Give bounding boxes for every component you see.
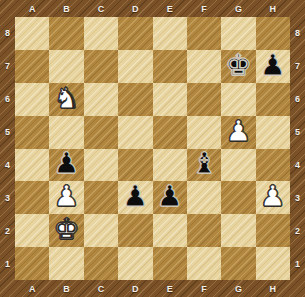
square-d1[interactable]: [118, 247, 152, 280]
file-label-a: A: [15, 280, 49, 297]
square-b7[interactable]: [49, 50, 83, 83]
square-f7[interactable]: [187, 50, 221, 83]
rank-label-4: 4: [290, 149, 305, 182]
file-label-g: G: [221, 280, 255, 297]
rank-label-2: 2: [0, 214, 15, 247]
rank-label-2: 2: [290, 214, 305, 247]
white-pawn[interactable]: ♟: [54, 182, 80, 211]
square-f4[interactable]: ♝: [187, 149, 221, 182]
square-d2[interactable]: [118, 214, 152, 247]
rank-label-6: 6: [290, 83, 305, 116]
square-f5[interactable]: [187, 116, 221, 149]
rank-label-7: 7: [290, 50, 305, 83]
square-c6[interactable]: [84, 83, 118, 116]
square-g4[interactable]: [221, 149, 255, 182]
square-d4[interactable]: [118, 149, 152, 182]
white-knight[interactable]: ♞: [54, 84, 80, 113]
square-d5[interactable]: [118, 116, 152, 149]
square-e6[interactable]: [153, 83, 187, 116]
rank-label-3: 3: [0, 181, 15, 214]
white-king[interactable]: ♚: [54, 215, 80, 244]
square-e7[interactable]: [153, 50, 187, 83]
file-label-d: D: [118, 0, 152, 17]
square-h7[interactable]: ♟: [256, 50, 290, 83]
square-f8[interactable]: [187, 17, 221, 50]
rank-label-3: 3: [290, 181, 305, 214]
square-b1[interactable]: [49, 247, 83, 280]
square-g2[interactable]: [221, 214, 255, 247]
file-label-d: D: [118, 280, 152, 297]
square-b5[interactable]: [49, 116, 83, 149]
square-f2[interactable]: [187, 214, 221, 247]
square-b6[interactable]: ♞: [49, 83, 83, 116]
chess-board: ♚♟♞♟♟♝♟♟♟♟♚: [15, 17, 290, 280]
square-h2[interactable]: [256, 214, 290, 247]
square-d6[interactable]: [118, 83, 152, 116]
square-a2[interactable]: [15, 214, 49, 247]
rank-label-4: 4: [0, 149, 15, 182]
file-label-b: B: [49, 280, 83, 297]
rank-labels-right: 87654321: [290, 17, 305, 280]
square-f3[interactable]: [187, 181, 221, 214]
file-label-e: E: [153, 280, 187, 297]
file-label-f: F: [187, 0, 221, 17]
square-a8[interactable]: [15, 17, 49, 50]
white-pawn[interactable]: ♟: [225, 117, 251, 146]
square-d7[interactable]: [118, 50, 152, 83]
rank-label-7: 7: [0, 50, 15, 83]
black-king[interactable]: ♚: [225, 51, 251, 80]
file-labels-top: ABCDEFGH: [15, 0, 290, 17]
file-label-a: A: [15, 0, 49, 17]
square-d8[interactable]: [118, 17, 152, 50]
file-labels-bottom: ABCDEFGH: [15, 280, 290, 297]
square-e1[interactable]: [153, 247, 187, 280]
rank-label-5: 5: [290, 116, 305, 149]
white-pawn[interactable]: ♟: [260, 182, 286, 211]
square-c5[interactable]: [84, 116, 118, 149]
square-e2[interactable]: [153, 214, 187, 247]
square-e8[interactable]: [153, 17, 187, 50]
square-a4[interactable]: [15, 149, 49, 182]
chess-board-frame: ABCDEFGH ABCDEFGH 87654321 87654321 ♚♟♞♟…: [0, 0, 305, 297]
square-a3[interactable]: [15, 181, 49, 214]
black-pawn[interactable]: ♟: [122, 182, 148, 211]
square-a6[interactable]: [15, 83, 49, 116]
square-h5[interactable]: [256, 116, 290, 149]
square-g1[interactable]: [221, 247, 255, 280]
file-label-f: F: [187, 280, 221, 297]
square-h3[interactable]: ♟: [256, 181, 290, 214]
file-label-g: G: [221, 0, 255, 17]
rank-label-8: 8: [290, 17, 305, 50]
rank-label-5: 5: [0, 116, 15, 149]
square-f1[interactable]: [187, 247, 221, 280]
square-h1[interactable]: [256, 247, 290, 280]
square-g3[interactable]: [221, 181, 255, 214]
square-b8[interactable]: [49, 17, 83, 50]
square-a5[interactable]: [15, 116, 49, 149]
square-c1[interactable]: [84, 247, 118, 280]
square-a7[interactable]: [15, 50, 49, 83]
square-a1[interactable]: [15, 247, 49, 280]
square-e4[interactable]: [153, 149, 187, 182]
square-b2[interactable]: ♚: [49, 214, 83, 247]
file-label-b: B: [49, 0, 83, 17]
black-bishop[interactable]: ♝: [191, 149, 217, 178]
square-g5[interactable]: ♟: [221, 116, 255, 149]
square-h8[interactable]: [256, 17, 290, 50]
black-pawn[interactable]: ♟: [260, 51, 286, 80]
file-label-h: H: [256, 280, 290, 297]
square-b4[interactable]: ♟: [49, 149, 83, 182]
black-pawn[interactable]: ♟: [157, 182, 183, 211]
rank-label-8: 8: [0, 17, 15, 50]
square-c4[interactable]: [84, 149, 118, 182]
square-g6[interactable]: [221, 83, 255, 116]
file-label-h: H: [256, 0, 290, 17]
rank-label-1: 1: [0, 247, 15, 280]
square-e3[interactable]: ♟: [153, 181, 187, 214]
file-label-e: E: [153, 0, 187, 17]
square-b3[interactable]: ♟: [49, 181, 83, 214]
rank-label-6: 6: [0, 83, 15, 116]
square-c2[interactable]: [84, 214, 118, 247]
square-h4[interactable]: [256, 149, 290, 182]
file-label-c: C: [84, 0, 118, 17]
rank-label-1: 1: [290, 247, 305, 280]
square-c3[interactable]: [84, 181, 118, 214]
square-h6[interactable]: [256, 83, 290, 116]
square-c8[interactable]: [84, 17, 118, 50]
square-c7[interactable]: [84, 50, 118, 83]
square-f6[interactable]: [187, 83, 221, 116]
square-g7[interactable]: ♚: [221, 50, 255, 83]
file-label-c: C: [84, 280, 118, 297]
square-e5[interactable]: [153, 116, 187, 149]
black-pawn[interactable]: ♟: [54, 149, 80, 178]
square-d3[interactable]: ♟: [118, 181, 152, 214]
rank-labels-left: 87654321: [0, 17, 15, 280]
square-g8[interactable]: [221, 17, 255, 50]
